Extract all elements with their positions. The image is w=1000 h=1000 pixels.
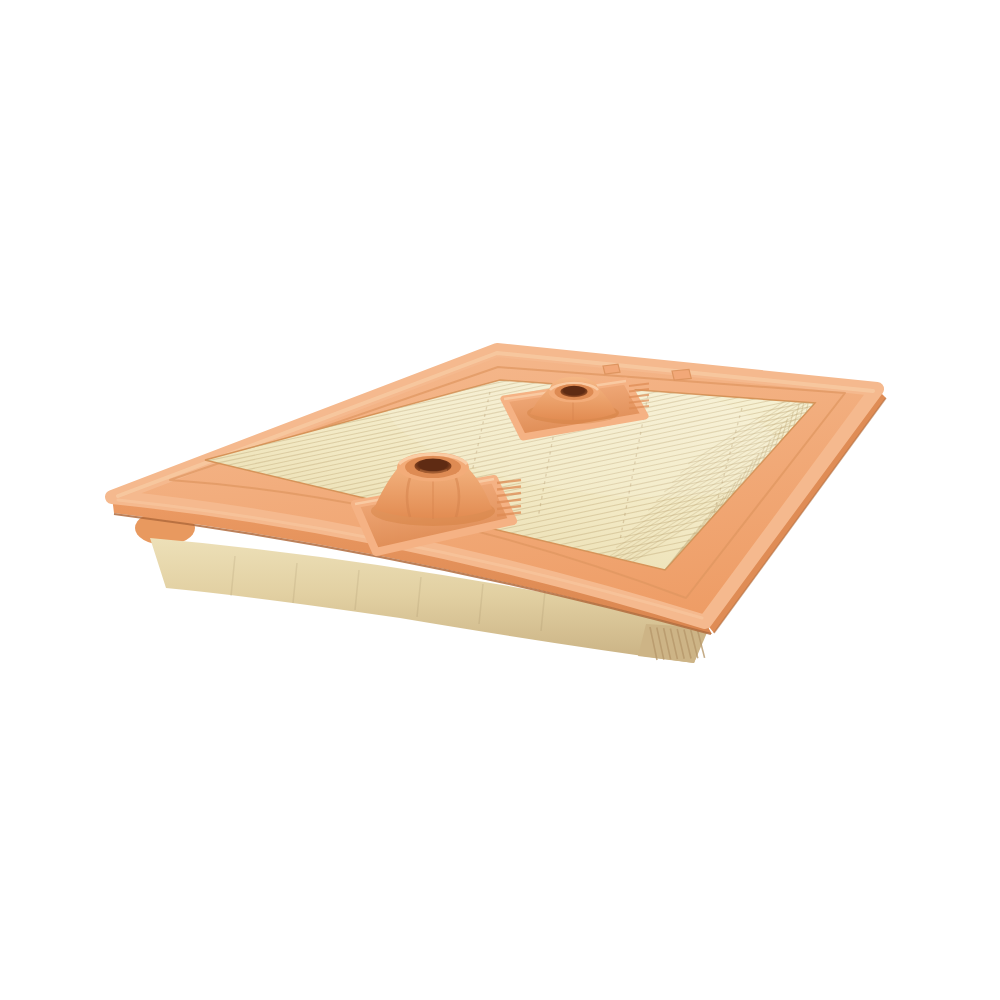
rear-edge-notch bbox=[603, 364, 620, 374]
boss-hole bbox=[561, 386, 588, 398]
pleat-line bbox=[150, 197, 990, 375]
product-photo: Flat rectangular automotive panel engine… bbox=[0, 0, 1000, 1000]
pleat-line bbox=[150, 194, 990, 372]
rear-edge-notch bbox=[672, 369, 691, 380]
air-filter-image: Flat rectangular automotive panel engine… bbox=[0, 0, 1000, 1000]
